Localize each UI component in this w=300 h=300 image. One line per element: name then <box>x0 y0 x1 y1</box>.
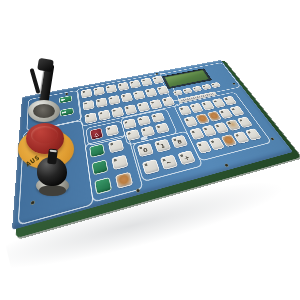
key-head[interactable] <box>37 58 54 72</box>
value-keypad-key-0-label: 0 <box>137 143 154 157</box>
jog-keypad-key-2[interactable] <box>92 159 109 175</box>
jog-keypad-key-0[interactable] <box>89 144 105 158</box>
value-keypad-key-1-label: 1 <box>154 139 171 153</box>
function-keypad-key-5-label <box>140 78 153 87</box>
function-keypad-key-4-label <box>129 80 141 89</box>
function-keypad-key-7[interactable] <box>82 100 94 111</box>
function-keypad-key-9[interactable] <box>108 95 121 105</box>
function-keypad-key-1[interactable] <box>93 86 105 96</box>
function-keypad-key-11-label <box>133 90 146 100</box>
function-keypad-key-0-label <box>81 89 93 99</box>
function-keypad-key-12[interactable] <box>145 88 158 98</box>
jog-keypad-key-3-label <box>111 155 128 171</box>
function-keypad-key-7-label <box>82 100 94 111</box>
estop-cap-top <box>31 126 58 144</box>
jog-keypad-key-1-label <box>108 139 124 153</box>
joystick-tip[interactable] <box>47 149 58 165</box>
value-keypad-key-0[interactable]: 0 <box>137 143 154 157</box>
screw-hole <box>271 138 275 141</box>
jog-keypad-key-2-label <box>92 159 109 175</box>
function-keypad-key-0[interactable] <box>81 89 93 99</box>
function-keypad-key-9-label <box>108 95 121 105</box>
function-keypad-key-8[interactable] <box>95 97 108 107</box>
screw-hole <box>136 189 139 192</box>
jog-joystick[interactable] <box>34 150 76 200</box>
switch-lock-face <box>33 104 55 118</box>
function-keypad-key-8-label <box>95 97 108 107</box>
function-keypad-key-12-label <box>145 88 158 98</box>
key-ring <box>29 68 40 94</box>
function-keypad-key-4[interactable] <box>129 80 141 89</box>
mode-keypad-key-1-label <box>137 115 151 126</box>
screw-hole <box>225 164 229 167</box>
function-keypad-key-11[interactable] <box>133 90 146 100</box>
value-keypad-key-1[interactable]: 1 <box>154 139 171 153</box>
function-keypad-key-3-label <box>117 82 129 91</box>
function-keypad-key-2-label <box>105 84 117 93</box>
photo-stage: △ 018−+ AUS <box>0 0 300 300</box>
jog-keypad-key-1[interactable] <box>108 139 124 153</box>
mode-keypad-key-1[interactable] <box>137 115 151 126</box>
function-keypad-key-5[interactable] <box>140 78 153 87</box>
mode-keypad-key-0-label <box>122 118 136 129</box>
function-keypad-key-10-label <box>120 93 133 103</box>
key-switch[interactable] <box>26 62 64 124</box>
function-keypad-key-2[interactable] <box>105 84 117 93</box>
function-keypad-key-10[interactable] <box>120 93 133 103</box>
function-keypad-key-1-label <box>93 86 105 96</box>
function-keypad-key-3[interactable] <box>117 82 129 91</box>
joystick-base <box>39 185 66 196</box>
mode-keypad-key-0[interactable] <box>122 118 136 129</box>
jog-keypad-key-0-label <box>89 144 105 158</box>
jog-keypad-key-3[interactable] <box>111 155 128 171</box>
